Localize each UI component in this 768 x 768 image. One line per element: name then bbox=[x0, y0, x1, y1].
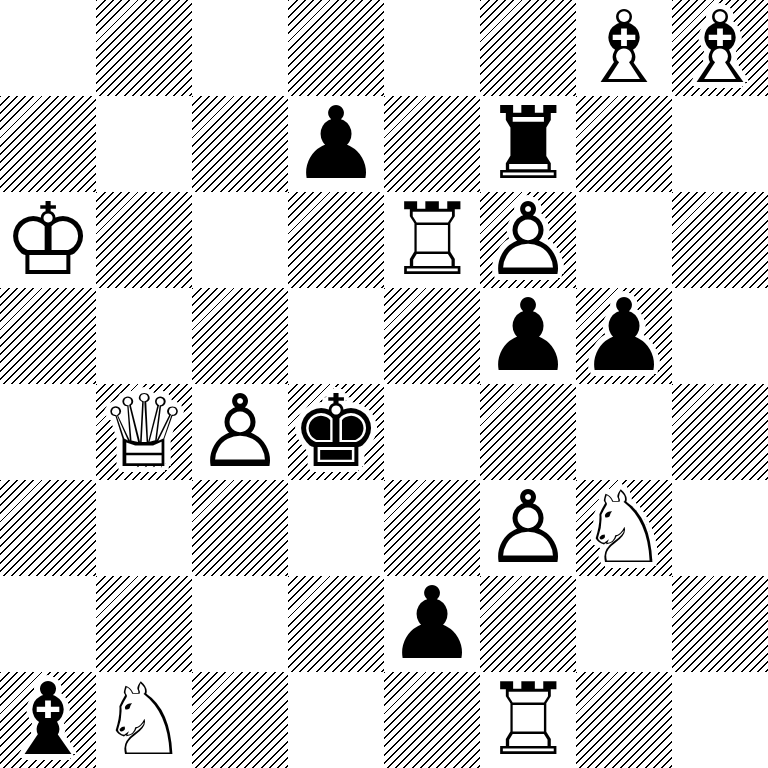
piece-white-queen-b4: ♕ bbox=[96, 384, 192, 480]
square-g8[interactable]: ♝♗ bbox=[576, 0, 672, 96]
square-g1[interactable] bbox=[576, 672, 672, 768]
square-b5[interactable] bbox=[96, 288, 192, 384]
square-a6[interactable]: ♚♔ bbox=[0, 192, 96, 288]
square-b2[interactable] bbox=[96, 576, 192, 672]
square-g4[interactable] bbox=[576, 384, 672, 480]
square-d2[interactable] bbox=[288, 576, 384, 672]
piece-white-knight-b1: ♘ bbox=[96, 672, 192, 768]
square-e5[interactable] bbox=[384, 288, 480, 384]
square-d6[interactable] bbox=[288, 192, 384, 288]
square-f1[interactable]: ♜♖ bbox=[480, 672, 576, 768]
square-e2[interactable]: ♟♟ bbox=[384, 576, 480, 672]
piece-white-pawn-c4: ♙ bbox=[192, 384, 288, 480]
square-a3[interactable] bbox=[0, 480, 96, 576]
square-a1[interactable]: ♝♝ bbox=[0, 672, 96, 768]
piece-white-bishop-g8: ♗ bbox=[576, 0, 672, 96]
piece-white-knight-g3: ♘ bbox=[576, 480, 672, 576]
square-c4[interactable]: ♟♙ bbox=[192, 384, 288, 480]
square-e8[interactable] bbox=[384, 0, 480, 96]
piece-white-pawn-f3: ♙ bbox=[480, 480, 576, 576]
square-c7[interactable] bbox=[192, 96, 288, 192]
square-a8[interactable] bbox=[0, 0, 96, 96]
chess-board: ♝♗♝♗♟♟♜♜♚♔♜♖♟♙♟♟♟♟♛♕♟♙♚♚♟♙♞♘♟♟♝♝♞♘♜♖ bbox=[0, 0, 768, 768]
piece-white-rook-f1: ♖ bbox=[480, 672, 576, 768]
square-c2[interactable] bbox=[192, 576, 288, 672]
square-e6[interactable]: ♜♖ bbox=[384, 192, 480, 288]
square-f7[interactable]: ♜♜ bbox=[480, 96, 576, 192]
square-c3[interactable] bbox=[192, 480, 288, 576]
square-e1[interactable] bbox=[384, 672, 480, 768]
square-h5[interactable] bbox=[672, 288, 768, 384]
square-e7[interactable] bbox=[384, 96, 480, 192]
square-d4[interactable]: ♚♚ bbox=[288, 384, 384, 480]
square-c8[interactable] bbox=[192, 0, 288, 96]
square-h7[interactable] bbox=[672, 96, 768, 192]
square-h1[interactable] bbox=[672, 672, 768, 768]
square-b8[interactable] bbox=[96, 0, 192, 96]
square-f5[interactable]: ♟♟ bbox=[480, 288, 576, 384]
square-h4[interactable] bbox=[672, 384, 768, 480]
piece-white-rook-e6: ♖ bbox=[384, 192, 480, 288]
piece-black-rook-f7: ♜ bbox=[480, 96, 576, 192]
square-g6[interactable] bbox=[576, 192, 672, 288]
square-f2[interactable] bbox=[480, 576, 576, 672]
square-f4[interactable] bbox=[480, 384, 576, 480]
square-c6[interactable] bbox=[192, 192, 288, 288]
square-f6[interactable]: ♟♙ bbox=[480, 192, 576, 288]
piece-white-king-a6: ♔ bbox=[0, 192, 96, 288]
square-b6[interactable] bbox=[96, 192, 192, 288]
square-a2[interactable] bbox=[0, 576, 96, 672]
piece-white-bishop-h8: ♗ bbox=[672, 0, 768, 96]
piece-black-bishop-a1: ♝ bbox=[0, 672, 96, 768]
square-g3[interactable]: ♞♘ bbox=[576, 480, 672, 576]
square-d3[interactable] bbox=[288, 480, 384, 576]
square-d7[interactable]: ♟♟ bbox=[288, 96, 384, 192]
square-b4[interactable]: ♛♕ bbox=[96, 384, 192, 480]
square-c1[interactable] bbox=[192, 672, 288, 768]
square-h2[interactable] bbox=[672, 576, 768, 672]
square-g2[interactable] bbox=[576, 576, 672, 672]
square-d1[interactable] bbox=[288, 672, 384, 768]
square-g5[interactable]: ♟♟ bbox=[576, 288, 672, 384]
square-c5[interactable] bbox=[192, 288, 288, 384]
square-h8[interactable]: ♝♗ bbox=[672, 0, 768, 96]
piece-black-pawn-d7: ♟ bbox=[288, 96, 384, 192]
square-d8[interactable] bbox=[288, 0, 384, 96]
piece-black-pawn-f5: ♟ bbox=[480, 288, 576, 384]
square-b1[interactable]: ♞♘ bbox=[96, 672, 192, 768]
square-e3[interactable] bbox=[384, 480, 480, 576]
square-d5[interactable] bbox=[288, 288, 384, 384]
square-a5[interactable] bbox=[0, 288, 96, 384]
piece-black-pawn-g5: ♟ bbox=[576, 288, 672, 384]
square-b7[interactable] bbox=[96, 96, 192, 192]
square-e4[interactable] bbox=[384, 384, 480, 480]
square-h3[interactable] bbox=[672, 480, 768, 576]
square-a7[interactable] bbox=[0, 96, 96, 192]
square-g7[interactable] bbox=[576, 96, 672, 192]
square-f8[interactable] bbox=[480, 0, 576, 96]
square-a4[interactable] bbox=[0, 384, 96, 480]
piece-black-king-d4: ♚ bbox=[288, 384, 384, 480]
square-f3[interactable]: ♟♙ bbox=[480, 480, 576, 576]
square-h6[interactable] bbox=[672, 192, 768, 288]
piece-white-pawn-f6: ♙ bbox=[480, 192, 576, 288]
piece-black-pawn-e2: ♟ bbox=[384, 576, 480, 672]
square-b3[interactable] bbox=[96, 480, 192, 576]
